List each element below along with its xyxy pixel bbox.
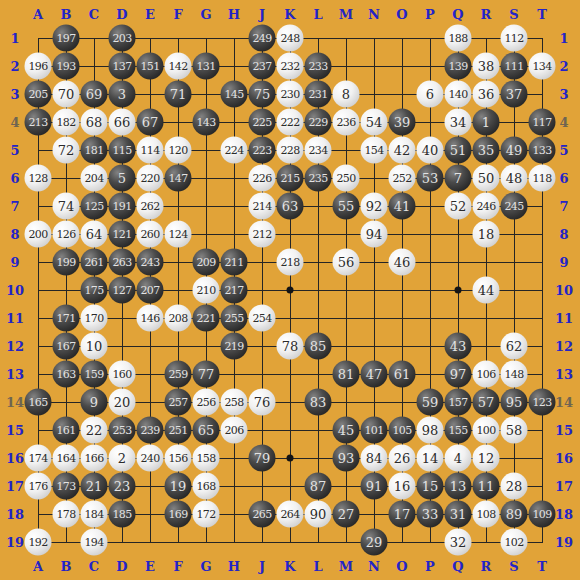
col-label-bottom-L: L [313, 560, 322, 573]
stone-L2-move-233: 233 [305, 53, 332, 80]
row-label-right-17: 17 [555, 480, 573, 493]
row-label-left-19: 19 [6, 536, 24, 549]
stone-B1-move-197: 197 [53, 25, 80, 52]
col-label-top-R: R [481, 8, 492, 21]
stone-S6-move-48: 48 [501, 165, 528, 192]
stone-M15-move-45: 45 [333, 417, 360, 444]
stone-E5-move-114: 114 [137, 137, 164, 164]
stone-G2-move-131: 131 [193, 53, 220, 80]
stone-J5-move-223: 223 [249, 137, 276, 164]
stone-A4-move-213: 213 [25, 109, 52, 136]
stone-G18-move-172: 172 [193, 501, 220, 528]
stone-C6-move-204: 204 [81, 165, 108, 192]
row-label-right-18: 18 [555, 508, 573, 521]
stone-E4-move-67: 67 [137, 109, 164, 136]
col-label-bottom-M: M [339, 560, 353, 573]
row-label-right-15: 15 [555, 424, 573, 437]
grid-vline-S [514, 38, 515, 543]
stone-P18-move-33: 33 [417, 501, 444, 528]
stone-C13-move-159: 159 [81, 361, 108, 388]
stone-A19-move-192: 192 [25, 529, 52, 556]
stone-N13-move-47: 47 [361, 361, 388, 388]
stone-H9-move-211: 211 [221, 249, 248, 276]
row-label-left-13: 13 [6, 368, 24, 381]
stone-Q6-move-7: 7 [445, 165, 472, 192]
stone-J7-move-214: 214 [249, 193, 276, 220]
stone-Q3-move-140: 140 [445, 81, 472, 108]
stone-O4-move-39: 39 [389, 109, 416, 136]
stone-G9-move-209: 209 [193, 249, 220, 276]
stone-C10-move-175: 175 [81, 277, 108, 304]
stone-K18-move-264: 264 [277, 501, 304, 528]
row-label-right-13: 13 [555, 368, 573, 381]
stone-R7-move-246: 246 [473, 193, 500, 220]
stone-B12-move-167: 167 [53, 333, 80, 360]
stone-S7-move-245: 245 [501, 193, 528, 220]
stone-T18-move-109: 109 [529, 501, 556, 528]
col-label-top-P: P [425, 8, 435, 21]
row-label-left-1: 1 [10, 32, 19, 45]
col-label-bottom-K: K [284, 560, 295, 573]
stone-R4-move-1: 1 [473, 109, 500, 136]
stone-B18-move-178: 178 [53, 501, 80, 528]
stone-R8-move-18: 18 [473, 221, 500, 248]
stone-L12-move-85: 85 [305, 333, 332, 360]
stone-F6-move-147: 147 [165, 165, 192, 192]
stone-N8-move-94: 94 [361, 221, 388, 248]
stone-P5-move-40: 40 [417, 137, 444, 164]
stone-Q14-move-157: 157 [445, 389, 472, 416]
row-label-right-4: 4 [559, 116, 568, 129]
stone-O16-move-26: 26 [389, 445, 416, 472]
stone-S12-move-62: 62 [501, 333, 528, 360]
stone-Q5-move-51: 51 [445, 137, 472, 164]
stone-R14-move-57: 57 [473, 389, 500, 416]
stone-S2-move-111: 111 [501, 53, 528, 80]
stone-K5-move-228: 228 [277, 137, 304, 164]
stone-J8-move-212: 212 [249, 221, 276, 248]
stone-H3-move-145: 145 [221, 81, 248, 108]
stone-D4-move-66: 66 [109, 109, 136, 136]
stone-D9-move-263: 263 [109, 249, 136, 276]
stone-A3-move-205: 205 [25, 81, 52, 108]
stone-E9-move-243: 243 [137, 249, 164, 276]
stone-B2-move-193: 193 [53, 53, 80, 80]
stone-E8-move-260: 260 [137, 221, 164, 248]
stone-D6-move-5: 5 [109, 165, 136, 192]
stone-E7-move-262: 262 [137, 193, 164, 220]
stone-G17-move-168: 168 [193, 473, 220, 500]
stone-K9-move-218: 218 [277, 249, 304, 276]
stone-N16-move-84: 84 [361, 445, 388, 472]
stone-F3-move-71: 71 [165, 81, 192, 108]
row-label-left-11: 11 [6, 312, 24, 325]
stone-T5-move-133: 133 [529, 137, 556, 164]
col-label-top-B: B [61, 8, 72, 21]
stone-B16-move-164: 164 [53, 445, 80, 472]
row-label-right-11: 11 [555, 312, 573, 325]
stone-O5-move-42: 42 [389, 137, 416, 164]
stone-J4-move-225: 225 [249, 109, 276, 136]
stone-C7-move-125: 125 [81, 193, 108, 220]
stone-Q15-move-155: 155 [445, 417, 472, 444]
stone-T6-move-118: 118 [529, 165, 556, 192]
stone-C17-move-21: 21 [81, 473, 108, 500]
col-label-top-O: O [396, 8, 407, 21]
row-label-left-2: 2 [10, 60, 19, 73]
stone-S14-move-95: 95 [501, 389, 528, 416]
stone-K2-move-232: 232 [277, 53, 304, 80]
col-label-bottom-H: H [228, 560, 240, 573]
stone-M16-move-93: 93 [333, 445, 360, 472]
stone-J3-move-75: 75 [249, 81, 276, 108]
stone-S17-move-28: 28 [501, 473, 528, 500]
stone-B8-move-126: 126 [53, 221, 80, 248]
row-label-left-17: 17 [6, 480, 24, 493]
row-label-left-18: 18 [6, 508, 24, 521]
col-label-bottom-T: T [537, 560, 547, 573]
stone-K4-move-222: 222 [277, 109, 304, 136]
stone-C14-move-9: 9 [81, 389, 108, 416]
stone-C9-move-261: 261 [81, 249, 108, 276]
col-label-bottom-G: G [200, 560, 211, 573]
row-label-left-12: 12 [6, 340, 24, 353]
stone-L18-move-90: 90 [305, 501, 332, 528]
stone-M9-move-56: 56 [333, 249, 360, 276]
stone-F8-move-124: 124 [165, 221, 192, 248]
row-label-left-4: 4 [10, 116, 19, 129]
stone-D15-move-253: 253 [109, 417, 136, 444]
stone-H10-move-217: 217 [221, 277, 248, 304]
stone-R2-move-38: 38 [473, 53, 500, 80]
stone-F13-move-259: 259 [165, 361, 192, 388]
col-label-bottom-B: B [61, 560, 72, 573]
stone-R17-move-11: 11 [473, 473, 500, 500]
stone-T2-move-134: 134 [529, 53, 556, 80]
stone-M7-move-55: 55 [333, 193, 360, 220]
stone-N4-move-54: 54 [361, 109, 388, 136]
col-label-top-G: G [200, 8, 211, 21]
col-label-bottom-F: F [173, 560, 182, 573]
stone-F18-move-169: 169 [165, 501, 192, 528]
stone-E16-move-240: 240 [137, 445, 164, 472]
stone-M3-move-8: 8 [333, 81, 360, 108]
stone-N7-move-92: 92 [361, 193, 388, 220]
hoshi-K16 [287, 455, 294, 462]
stone-E10-move-207: 207 [137, 277, 164, 304]
row-label-right-16: 16 [555, 452, 573, 465]
col-label-bottom-S: S [509, 560, 518, 573]
stone-R18-move-108: 108 [473, 501, 500, 528]
stone-Q4-move-34: 34 [445, 109, 472, 136]
stone-N17-move-91: 91 [361, 473, 388, 500]
stone-F2-move-142: 142 [165, 53, 192, 80]
col-label-top-A: A [33, 8, 43, 21]
stone-C11-move-170: 170 [81, 305, 108, 332]
col-label-top-C: C [89, 8, 99, 21]
stone-Q2-move-139: 139 [445, 53, 472, 80]
stone-T4-move-117: 117 [529, 109, 556, 136]
stone-G15-move-65: 65 [193, 417, 220, 444]
row-label-right-19: 19 [555, 536, 573, 549]
stone-H15-move-206: 206 [221, 417, 248, 444]
col-label-bottom-C: C [89, 560, 99, 573]
stone-O13-move-61: 61 [389, 361, 416, 388]
col-label-top-D: D [116, 8, 127, 21]
stone-J2-move-237: 237 [249, 53, 276, 80]
stone-A2-move-196: 196 [25, 53, 52, 80]
stone-A14-move-165: 165 [25, 389, 52, 416]
col-label-top-S: S [509, 8, 518, 21]
stone-H14-move-258: 258 [221, 389, 248, 416]
stone-B13-move-163: 163 [53, 361, 80, 388]
stone-C18-move-184: 184 [81, 501, 108, 528]
col-label-bottom-A: A [33, 560, 43, 573]
stone-L5-move-234: 234 [305, 137, 332, 164]
stone-P17-move-15: 15 [417, 473, 444, 500]
stone-B17-move-173: 173 [53, 473, 80, 500]
stone-P15-move-98: 98 [417, 417, 444, 444]
row-label-left-5: 5 [10, 144, 19, 157]
stone-P3-move-6: 6 [417, 81, 444, 108]
row-label-right-5: 5 [559, 144, 568, 157]
stone-D8-move-121: 121 [109, 221, 136, 248]
stone-O17-move-16: 16 [389, 473, 416, 500]
stone-F16-move-156: 156 [165, 445, 192, 472]
stone-R10-move-44: 44 [473, 277, 500, 304]
row-label-left-9: 9 [10, 256, 19, 269]
stone-L14-move-83: 83 [305, 389, 332, 416]
col-label-bottom-Q: Q [452, 560, 463, 573]
col-label-top-E: E [145, 8, 155, 21]
stone-D5-move-115: 115 [109, 137, 136, 164]
row-label-right-14: 14 [555, 396, 573, 409]
stone-B15-move-161: 161 [53, 417, 80, 444]
stone-C19-move-194: 194 [81, 529, 108, 556]
stone-K3-move-230: 230 [277, 81, 304, 108]
row-label-right-9: 9 [559, 256, 568, 269]
stone-F11-move-208: 208 [165, 305, 192, 332]
stone-O15-move-105: 105 [389, 417, 416, 444]
stone-Q1-move-188: 188 [445, 25, 472, 52]
stone-E6-move-220: 220 [137, 165, 164, 192]
row-label-right-10: 10 [555, 284, 573, 297]
stone-C12-move-10: 10 [81, 333, 108, 360]
go-board: AABBCCDDEEFFGGHHJJKKLLMMNNOOPPQQRRSSTT11… [0, 0, 580, 580]
row-label-right-12: 12 [555, 340, 573, 353]
stone-G16-move-158: 158 [193, 445, 220, 472]
stone-Q13-move-97: 97 [445, 361, 472, 388]
stone-K7-move-63: 63 [277, 193, 304, 220]
col-label-top-H: H [228, 8, 240, 21]
col-label-bottom-P: P [425, 560, 435, 573]
stone-S13-move-148: 148 [501, 361, 528, 388]
stone-L4-move-229: 229 [305, 109, 332, 136]
stone-J1-move-249: 249 [249, 25, 276, 52]
row-label-left-8: 8 [10, 228, 19, 241]
stone-N5-move-154: 154 [361, 137, 388, 164]
col-label-top-T: T [537, 8, 547, 21]
stone-N19-move-29: 29 [361, 529, 388, 556]
stone-D14-move-20: 20 [109, 389, 136, 416]
stone-G13-move-77: 77 [193, 361, 220, 388]
stone-B9-move-199: 199 [53, 249, 80, 276]
stone-E2-move-151: 151 [137, 53, 164, 80]
stone-J18-move-265: 265 [249, 501, 276, 528]
stone-O6-move-252: 252 [389, 165, 416, 192]
stone-M4-move-236: 236 [333, 109, 360, 136]
stone-O9-move-46: 46 [389, 249, 416, 276]
stone-R15-move-100: 100 [473, 417, 500, 444]
stone-S19-move-102: 102 [501, 529, 528, 556]
stone-B5-move-72: 72 [53, 137, 80, 164]
stone-C8-move-64: 64 [81, 221, 108, 248]
stone-B7-move-74: 74 [53, 193, 80, 220]
row-label-left-3: 3 [10, 88, 19, 101]
row-label-left-7: 7 [10, 200, 19, 213]
row-label-right-1: 1 [559, 32, 568, 45]
stone-D1-move-203: 203 [109, 25, 136, 52]
stone-G4-move-143: 143 [193, 109, 220, 136]
stone-H12-move-219: 219 [221, 333, 248, 360]
stone-D7-move-191: 191 [109, 193, 136, 220]
stone-A16-move-174: 174 [25, 445, 52, 472]
stone-Q19-move-32: 32 [445, 529, 472, 556]
stone-J14-move-76: 76 [249, 389, 276, 416]
row-label-right-7: 7 [559, 200, 568, 213]
stone-Q17-move-13: 13 [445, 473, 472, 500]
stone-G10-move-210: 210 [193, 277, 220, 304]
stone-S3-move-37: 37 [501, 81, 528, 108]
row-label-left-10: 10 [6, 284, 24, 297]
stone-B4-move-182: 182 [53, 109, 80, 136]
stone-G11-move-221: 221 [193, 305, 220, 332]
stone-Q16-move-4: 4 [445, 445, 472, 472]
stone-T14-move-123: 123 [529, 389, 556, 416]
stone-C15-move-22: 22 [81, 417, 108, 444]
stone-F17-move-19: 19 [165, 473, 192, 500]
stone-Q18-move-31: 31 [445, 501, 472, 528]
stone-H11-move-255: 255 [221, 305, 248, 332]
stone-R16-move-12: 12 [473, 445, 500, 472]
stone-S18-move-89: 89 [501, 501, 528, 528]
stone-F5-move-120: 120 [165, 137, 192, 164]
col-label-top-L: L [313, 8, 322, 21]
col-label-top-J: J [259, 8, 265, 21]
stone-B3-move-70: 70 [53, 81, 80, 108]
stone-J6-move-226: 226 [249, 165, 276, 192]
stone-Q12-move-43: 43 [445, 333, 472, 360]
stone-L3-move-231: 231 [305, 81, 332, 108]
col-label-bottom-R: R [481, 560, 492, 573]
stone-P6-move-53: 53 [417, 165, 444, 192]
stone-D10-move-127: 127 [109, 277, 136, 304]
col-label-top-Q: Q [452, 8, 463, 21]
col-label-bottom-D: D [116, 560, 127, 573]
col-label-bottom-N: N [368, 560, 380, 573]
stone-O18-move-17: 17 [389, 501, 416, 528]
stone-A8-move-200: 200 [25, 221, 52, 248]
stone-D18-move-185: 185 [109, 501, 136, 528]
hoshi-K10 [287, 287, 294, 294]
stone-O7-move-41: 41 [389, 193, 416, 220]
stone-A6-move-128: 128 [25, 165, 52, 192]
row-label-right-3: 3 [559, 88, 568, 101]
stone-N15-move-101: 101 [361, 417, 388, 444]
stone-D3-move-3: 3 [109, 81, 136, 108]
stone-P16-move-14: 14 [417, 445, 444, 472]
col-label-bottom-O: O [396, 560, 407, 573]
row-label-right-2: 2 [559, 60, 568, 73]
row-label-left-16: 16 [6, 452, 24, 465]
stone-R3-move-36: 36 [473, 81, 500, 108]
stone-J16-move-79: 79 [249, 445, 276, 472]
stone-F15-move-251: 251 [165, 417, 192, 444]
stone-Q7-move-52: 52 [445, 193, 472, 220]
col-label-top-N: N [368, 8, 380, 21]
stone-E11-move-146: 146 [137, 305, 164, 332]
stone-A17-move-176: 176 [25, 473, 52, 500]
stone-M13-move-81: 81 [333, 361, 360, 388]
stone-B11-move-171: 171 [53, 305, 80, 332]
stone-G14-move-256: 256 [193, 389, 220, 416]
stone-C16-move-166: 166 [81, 445, 108, 472]
stone-D16-move-2: 2 [109, 445, 136, 472]
hoshi-Q10 [455, 287, 462, 294]
stone-S1-move-112: 112 [501, 25, 528, 52]
col-label-bottom-E: E [145, 560, 155, 573]
row-label-left-15: 15 [6, 424, 24, 437]
stone-S5-move-49: 49 [501, 137, 528, 164]
stone-P14-move-59: 59 [417, 389, 444, 416]
stone-D13-move-160: 160 [109, 361, 136, 388]
stone-S15-move-58: 58 [501, 417, 528, 444]
stone-J11-move-254: 254 [249, 305, 276, 332]
row-label-right-6: 6 [559, 172, 568, 185]
stone-K1-move-248: 248 [277, 25, 304, 52]
col-label-top-F: F [173, 8, 182, 21]
stone-K6-move-215: 215 [277, 165, 304, 192]
row-label-right-8: 8 [559, 228, 568, 241]
stone-M18-move-27: 27 [333, 501, 360, 528]
stone-C5-move-181: 181 [81, 137, 108, 164]
stone-E15-move-239: 239 [137, 417, 164, 444]
col-label-top-K: K [284, 8, 295, 21]
stone-R5-move-35: 35 [473, 137, 500, 164]
stone-D17-move-23: 23 [109, 473, 136, 500]
stone-C4-move-68: 68 [81, 109, 108, 136]
stone-D2-move-137: 137 [109, 53, 136, 80]
stone-K12-move-78: 78 [277, 333, 304, 360]
stone-H5-move-224: 224 [221, 137, 248, 164]
stone-M6-move-250: 250 [333, 165, 360, 192]
row-label-left-14: 14 [6, 396, 24, 409]
col-label-bottom-J: J [259, 560, 265, 573]
col-label-top-M: M [339, 8, 353, 21]
stone-L6-move-235: 235 [305, 165, 332, 192]
stone-L17-move-87: 87 [305, 473, 332, 500]
stone-F14-move-257: 257 [165, 389, 192, 416]
row-label-left-6: 6 [10, 172, 19, 185]
stone-R13-move-106: 106 [473, 361, 500, 388]
stone-C3-move-69: 69 [81, 81, 108, 108]
stone-R6-move-50: 50 [473, 165, 500, 192]
